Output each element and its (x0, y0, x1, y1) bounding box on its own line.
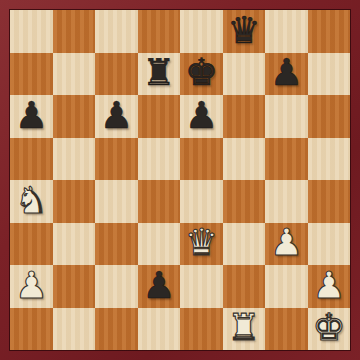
square-g1[interactable] (265, 308, 308, 351)
piece-black-rook[interactable]: ♜ (142, 54, 175, 91)
square-c4[interactable] (95, 180, 138, 223)
square-e7[interactable]: ♚ (180, 53, 223, 96)
square-c1[interactable] (95, 308, 138, 351)
square-b2[interactable] (53, 265, 96, 308)
square-d8[interactable] (138, 10, 181, 53)
square-d2[interactable]: ♟ (138, 265, 181, 308)
square-a8[interactable] (10, 10, 53, 53)
piece-black-pawn[interactable]: ♟ (100, 97, 133, 134)
square-f2[interactable] (223, 265, 266, 308)
square-e2[interactable] (180, 265, 223, 308)
piece-black-pawn[interactable]: ♟ (15, 97, 48, 134)
square-a7[interactable] (10, 53, 53, 96)
piece-black-king[interactable]: ♚ (185, 54, 218, 91)
piece-black-queen[interactable]: ♛ (227, 12, 260, 49)
piece-white-knight[interactable]: ♞ (15, 182, 48, 219)
piece-white-rook[interactable]: ♜ (227, 309, 260, 346)
square-f8[interactable]: ♛ (223, 10, 266, 53)
square-g4[interactable] (265, 180, 308, 223)
square-d1[interactable] (138, 308, 181, 351)
square-d3[interactable] (138, 223, 181, 266)
square-c8[interactable] (95, 10, 138, 53)
board-frame: ♛♜♚♟♟♟♟♞♛♟♟♟♟♜♚ (0, 0, 360, 360)
chess-board: ♛♜♚♟♟♟♟♞♛♟♟♟♟♜♚ (10, 10, 350, 350)
square-d5[interactable] (138, 138, 181, 181)
piece-white-pawn[interactable]: ♟ (312, 267, 345, 304)
square-f6[interactable] (223, 95, 266, 138)
square-b4[interactable] (53, 180, 96, 223)
square-c2[interactable] (95, 265, 138, 308)
square-g8[interactable] (265, 10, 308, 53)
square-g2[interactable] (265, 265, 308, 308)
square-f4[interactable] (223, 180, 266, 223)
square-a6[interactable]: ♟ (10, 95, 53, 138)
piece-white-king[interactable]: ♚ (312, 309, 345, 346)
piece-white-pawn[interactable]: ♟ (270, 224, 303, 261)
square-f5[interactable] (223, 138, 266, 181)
square-e1[interactable] (180, 308, 223, 351)
square-e8[interactable] (180, 10, 223, 53)
square-g7[interactable]: ♟ (265, 53, 308, 96)
square-g6[interactable] (265, 95, 308, 138)
square-b6[interactable] (53, 95, 96, 138)
square-e4[interactable] (180, 180, 223, 223)
square-b5[interactable] (53, 138, 96, 181)
square-c6[interactable]: ♟ (95, 95, 138, 138)
piece-black-pawn[interactable]: ♟ (142, 267, 175, 304)
square-a1[interactable] (10, 308, 53, 351)
piece-black-pawn[interactable]: ♟ (270, 54, 303, 91)
square-a3[interactable] (10, 223, 53, 266)
square-e6[interactable]: ♟ (180, 95, 223, 138)
square-b8[interactable] (53, 10, 96, 53)
square-d6[interactable] (138, 95, 181, 138)
square-a4[interactable]: ♞ (10, 180, 53, 223)
square-h3[interactable] (308, 223, 351, 266)
square-b1[interactable] (53, 308, 96, 351)
square-g5[interactable] (265, 138, 308, 181)
square-h1[interactable]: ♚ (308, 308, 351, 351)
square-f1[interactable]: ♜ (223, 308, 266, 351)
square-g3[interactable]: ♟ (265, 223, 308, 266)
square-c5[interactable] (95, 138, 138, 181)
square-h6[interactable] (308, 95, 351, 138)
square-a5[interactable] (10, 138, 53, 181)
square-h5[interactable] (308, 138, 351, 181)
square-c7[interactable] (95, 53, 138, 96)
square-h4[interactable] (308, 180, 351, 223)
square-e3[interactable]: ♛ (180, 223, 223, 266)
square-b3[interactable] (53, 223, 96, 266)
square-c3[interactable] (95, 223, 138, 266)
square-b7[interactable] (53, 53, 96, 96)
square-h2[interactable]: ♟ (308, 265, 351, 308)
square-a2[interactable]: ♟ (10, 265, 53, 308)
square-e5[interactable] (180, 138, 223, 181)
piece-white-pawn[interactable]: ♟ (15, 267, 48, 304)
square-d4[interactable] (138, 180, 181, 223)
square-f3[interactable] (223, 223, 266, 266)
square-f7[interactable] (223, 53, 266, 96)
piece-white-queen[interactable]: ♛ (185, 224, 218, 261)
piece-black-pawn[interactable]: ♟ (185, 97, 218, 134)
square-d7[interactable]: ♜ (138, 53, 181, 96)
square-h8[interactable] (308, 10, 351, 53)
square-h7[interactable] (308, 53, 351, 96)
